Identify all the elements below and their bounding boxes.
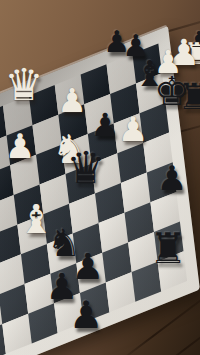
photo-scene: ♛♟♟♟♟♞♛♟♝♞♟♟♟♜♟♟♟♝♟♟♜♚♜	[0, 0, 200, 355]
piece-white-queen-c8[interactable]: ♛	[4, 63, 43, 107]
piece-white-pawn-c7[interactable]: ♟	[5, 129, 35, 163]
piece-white-pawn-e7[interactable]: ♟	[57, 84, 87, 117]
piece-black-pawn-h4[interactable]: ♟	[157, 161, 187, 195]
piece-black-pawn-e1[interactable]: ♟	[69, 296, 103, 334]
piece-black-rook-tray[interactable]: ♜	[178, 79, 200, 115]
piece-black-rook-h1[interactable]: ♜	[149, 228, 187, 270]
piece-black-queen-e5[interactable]: ♛	[66, 146, 105, 190]
piece-white-pawn-g6[interactable]: ♟	[118, 112, 148, 146]
piece-black-pawn-f6[interactable]: ♟	[91, 109, 120, 141]
wood-grain-line	[156, 319, 200, 355]
